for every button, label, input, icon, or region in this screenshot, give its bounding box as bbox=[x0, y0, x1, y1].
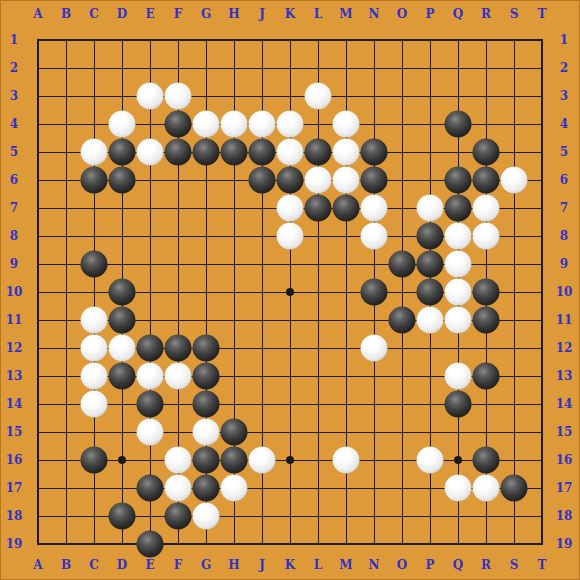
star-point bbox=[454, 456, 462, 464]
coordinate-label-right: 18 bbox=[556, 509, 573, 523]
coordinate-label-left: 19 bbox=[6, 537, 23, 551]
coordinate-label-left: 17 bbox=[6, 481, 23, 495]
stone-white-J16[interactable] bbox=[249, 447, 276, 474]
coordinate-label-bottom: Q bbox=[453, 558, 463, 572]
stone-black-D5[interactable] bbox=[109, 139, 136, 166]
stone-black-G17[interactable] bbox=[193, 475, 220, 502]
stone-white-D4[interactable] bbox=[109, 111, 136, 138]
stone-black-O9[interactable] bbox=[389, 251, 416, 278]
coordinate-label-top: N bbox=[369, 7, 380, 21]
stone-black-D6[interactable] bbox=[109, 167, 136, 194]
stone-black-P8[interactable] bbox=[417, 223, 444, 250]
stone-black-R10[interactable] bbox=[473, 279, 500, 306]
stone-white-Q11[interactable] bbox=[445, 307, 472, 334]
stone-white-C11[interactable] bbox=[81, 307, 108, 334]
coordinate-label-top: K bbox=[285, 7, 295, 21]
stone-black-N6[interactable] bbox=[361, 167, 388, 194]
coordinate-label-left: 16 bbox=[6, 453, 23, 467]
grid-line-horizontal bbox=[38, 432, 542, 433]
stone-black-Q4[interactable] bbox=[445, 111, 472, 138]
coordinate-label-right: 1 bbox=[560, 33, 568, 47]
stone-black-N5[interactable] bbox=[361, 139, 388, 166]
coordinate-label-bottom: J bbox=[259, 558, 265, 572]
coordinate-label-right: 14 bbox=[556, 397, 573, 411]
coordinate-label-top: E bbox=[145, 7, 154, 21]
coordinate-label-left: 3 bbox=[10, 89, 18, 103]
stone-black-H16[interactable] bbox=[221, 447, 248, 474]
stone-black-G13[interactable] bbox=[193, 363, 220, 390]
stone-white-C13[interactable] bbox=[81, 363, 108, 390]
stone-white-R7[interactable] bbox=[473, 195, 500, 222]
stone-white-Q13[interactable] bbox=[445, 363, 472, 390]
stone-black-C16[interactable] bbox=[81, 447, 108, 474]
coordinate-label-right: 8 bbox=[560, 229, 568, 243]
coordinate-label-right: 9 bbox=[560, 257, 568, 271]
stone-white-G15[interactable] bbox=[193, 419, 220, 446]
stone-white-Q17[interactable] bbox=[445, 475, 472, 502]
coordinate-label-bottom: B bbox=[61, 558, 71, 572]
coordinate-label-bottom: M bbox=[339, 558, 352, 572]
coordinate-label-top: A bbox=[33, 7, 42, 21]
coordinate-label-bottom: S bbox=[510, 558, 519, 572]
stone-white-E5[interactable] bbox=[137, 139, 164, 166]
coordinate-label-right: 16 bbox=[556, 453, 573, 467]
go-board[interactable]: AABBCCDDEEFFGGHHJJKKLLMMNNOOPPQQRRSSTT11… bbox=[0, 0, 580, 580]
coordinate-label-top: Q bbox=[453, 7, 463, 21]
coordinate-label-top: O bbox=[397, 7, 407, 21]
stone-white-M5[interactable] bbox=[333, 139, 360, 166]
coordinate-label-top: C bbox=[89, 7, 99, 21]
coordinate-label-left: 4 bbox=[10, 117, 18, 131]
stone-white-J4[interactable] bbox=[249, 111, 276, 138]
star-point bbox=[286, 288, 294, 296]
coordinate-label-left: 13 bbox=[6, 369, 23, 383]
stone-white-C5[interactable] bbox=[81, 139, 108, 166]
stone-white-M6[interactable] bbox=[333, 167, 360, 194]
stone-black-R11[interactable] bbox=[473, 307, 500, 334]
coordinate-label-left: 10 bbox=[6, 285, 23, 299]
coordinate-label-top: S bbox=[510, 7, 519, 21]
stone-white-N8[interactable] bbox=[361, 223, 388, 250]
coordinate-label-top: P bbox=[425, 7, 434, 21]
coordinate-label-bottom: N bbox=[369, 558, 380, 572]
stone-white-L6[interactable] bbox=[305, 167, 332, 194]
coordinate-label-top: R bbox=[481, 7, 491, 21]
stone-white-F16[interactable] bbox=[165, 447, 192, 474]
stone-white-K5[interactable] bbox=[277, 139, 304, 166]
coordinate-label-bottom: E bbox=[145, 558, 154, 572]
stone-black-H15[interactable] bbox=[221, 419, 248, 446]
stone-white-N7[interactable] bbox=[361, 195, 388, 222]
stone-white-S6[interactable] bbox=[501, 167, 528, 194]
coordinate-label-right: 12 bbox=[556, 341, 573, 355]
coordinate-label-bottom: F bbox=[174, 558, 183, 572]
stone-black-E14[interactable] bbox=[137, 391, 164, 418]
stone-black-D18[interactable] bbox=[109, 503, 136, 530]
stone-white-F17[interactable] bbox=[165, 475, 192, 502]
stone-black-C6[interactable] bbox=[81, 167, 108, 194]
coordinate-label-right: 4 bbox=[560, 117, 568, 131]
stone-black-L5[interactable] bbox=[305, 139, 332, 166]
coordinate-label-top: M bbox=[339, 7, 352, 21]
coordinate-label-right: 7 bbox=[560, 201, 568, 215]
stone-black-N10[interactable] bbox=[361, 279, 388, 306]
stone-black-F18[interactable] bbox=[165, 503, 192, 530]
stone-white-L3[interactable] bbox=[305, 83, 332, 110]
star-point bbox=[118, 456, 126, 464]
stone-black-C9[interactable] bbox=[81, 251, 108, 278]
stone-black-F5[interactable] bbox=[165, 139, 192, 166]
coordinate-label-left: 2 bbox=[10, 61, 18, 75]
stone-black-D13[interactable] bbox=[109, 363, 136, 390]
stone-white-E13[interactable] bbox=[137, 363, 164, 390]
coordinate-label-top: T bbox=[538, 7, 547, 21]
stone-white-Q10[interactable] bbox=[445, 279, 472, 306]
coordinate-label-left: 8 bbox=[10, 229, 18, 243]
stone-white-M4[interactable] bbox=[333, 111, 360, 138]
stone-black-F4[interactable] bbox=[165, 111, 192, 138]
stone-white-G4[interactable] bbox=[193, 111, 220, 138]
stone-black-K6[interactable] bbox=[277, 167, 304, 194]
coordinate-label-right: 5 bbox=[560, 145, 568, 159]
stone-black-R6[interactable] bbox=[473, 167, 500, 194]
coordinate-label-right: 2 bbox=[560, 61, 568, 75]
stone-white-H4[interactable] bbox=[221, 111, 248, 138]
coordinate-label-bottom: G bbox=[201, 558, 211, 572]
coordinate-label-right: 3 bbox=[560, 89, 568, 103]
stone-black-M7[interactable] bbox=[333, 195, 360, 222]
stone-black-P9[interactable] bbox=[417, 251, 444, 278]
stone-white-M16[interactable] bbox=[333, 447, 360, 474]
stone-black-E17[interactable] bbox=[137, 475, 164, 502]
stone-white-R17[interactable] bbox=[473, 475, 500, 502]
stone-black-Q14[interactable] bbox=[445, 391, 472, 418]
star-point bbox=[286, 456, 294, 464]
coordinate-label-left: 14 bbox=[6, 397, 23, 411]
coordinate-label-right: 13 bbox=[556, 369, 573, 383]
stone-black-R13[interactable] bbox=[473, 363, 500, 390]
coordinate-label-bottom: D bbox=[117, 558, 127, 572]
coordinate-label-top: B bbox=[61, 7, 71, 21]
stone-white-Q9[interactable] bbox=[445, 251, 472, 278]
coordinate-label-top: F bbox=[174, 7, 183, 21]
stone-white-K7[interactable] bbox=[277, 195, 304, 222]
coordinate-label-bottom: H bbox=[228, 558, 239, 572]
coordinate-label-bottom: T bbox=[538, 558, 547, 572]
stone-black-P10[interactable] bbox=[417, 279, 444, 306]
grid-line-vertical bbox=[514, 40, 515, 544]
coordinate-label-top: J bbox=[259, 7, 265, 21]
stone-white-E3[interactable] bbox=[137, 83, 164, 110]
coordinate-label-right: 19 bbox=[556, 537, 573, 551]
coordinate-label-bottom: R bbox=[481, 558, 491, 572]
stone-white-D12[interactable] bbox=[109, 335, 136, 362]
stone-black-E12[interactable] bbox=[137, 335, 164, 362]
coordinate-label-right: 6 bbox=[560, 173, 568, 187]
grid-line-vertical bbox=[402, 40, 403, 544]
stone-white-C14[interactable] bbox=[81, 391, 108, 418]
stone-black-D11[interactable] bbox=[109, 307, 136, 334]
coordinate-label-bottom: A bbox=[33, 558, 42, 572]
coordinate-label-left: 15 bbox=[6, 425, 23, 439]
stone-white-E15[interactable] bbox=[137, 419, 164, 446]
stone-black-S17[interactable] bbox=[501, 475, 528, 502]
stone-white-P7[interactable] bbox=[417, 195, 444, 222]
stone-black-H5[interactable] bbox=[221, 139, 248, 166]
stone-white-N12[interactable] bbox=[361, 335, 388, 362]
coordinate-label-right: 10 bbox=[556, 285, 573, 299]
stone-black-G12[interactable] bbox=[193, 335, 220, 362]
stone-black-G5[interactable] bbox=[193, 139, 220, 166]
stone-black-J6[interactable] bbox=[249, 167, 276, 194]
coordinate-label-left: 7 bbox=[10, 201, 18, 215]
coordinate-label-top: L bbox=[314, 7, 322, 21]
stone-white-P11[interactable] bbox=[417, 307, 444, 334]
stone-white-P16[interactable] bbox=[417, 447, 444, 474]
stone-black-F12[interactable] bbox=[165, 335, 192, 362]
stone-black-O11[interactable] bbox=[389, 307, 416, 334]
coordinate-label-left: 5 bbox=[10, 145, 18, 159]
stone-black-G16[interactable] bbox=[193, 447, 220, 474]
stone-white-K8[interactable] bbox=[277, 223, 304, 250]
coordinate-label-left: 11 bbox=[6, 313, 23, 327]
stone-black-Q7[interactable] bbox=[445, 195, 472, 222]
coordinate-label-left: 18 bbox=[6, 509, 23, 523]
stone-white-C12[interactable] bbox=[81, 335, 108, 362]
stone-black-J5[interactable] bbox=[249, 139, 276, 166]
stone-white-K4[interactable] bbox=[277, 111, 304, 138]
coordinate-label-bottom: K bbox=[285, 558, 295, 572]
coordinate-label-left: 9 bbox=[10, 257, 18, 271]
coordinate-label-left: 1 bbox=[10, 33, 18, 47]
grid-line-vertical bbox=[318, 40, 319, 544]
stone-white-H17[interactable] bbox=[221, 475, 248, 502]
coordinate-label-right: 15 bbox=[556, 425, 573, 439]
coordinate-label-bottom: P bbox=[425, 558, 434, 572]
coordinate-label-top: G bbox=[201, 7, 211, 21]
stone-white-Q8[interactable] bbox=[445, 223, 472, 250]
coordinate-label-left: 6 bbox=[10, 173, 18, 187]
stone-black-L7[interactable] bbox=[305, 195, 332, 222]
coordinate-label-right: 11 bbox=[556, 313, 573, 327]
stone-white-R8[interactable] bbox=[473, 223, 500, 250]
stone-white-G18[interactable] bbox=[193, 503, 220, 530]
stone-black-E19[interactable] bbox=[137, 531, 164, 558]
stone-black-R5[interactable] bbox=[473, 139, 500, 166]
coordinate-label-top: H bbox=[228, 7, 239, 21]
coordinate-label-left: 12 bbox=[6, 341, 23, 355]
stone-white-F13[interactable] bbox=[165, 363, 192, 390]
stone-black-Q6[interactable] bbox=[445, 167, 472, 194]
stone-white-F3[interactable] bbox=[165, 83, 192, 110]
stone-black-G14[interactable] bbox=[193, 391, 220, 418]
stone-black-R16[interactable] bbox=[473, 447, 500, 474]
coordinate-label-bottom: O bbox=[397, 558, 407, 572]
stone-black-D10[interactable] bbox=[109, 279, 136, 306]
coordinate-label-bottom: C bbox=[89, 558, 99, 572]
coordinate-label-right: 17 bbox=[556, 481, 573, 495]
coordinate-label-top: D bbox=[117, 7, 127, 21]
coordinate-label-bottom: L bbox=[314, 558, 322, 572]
